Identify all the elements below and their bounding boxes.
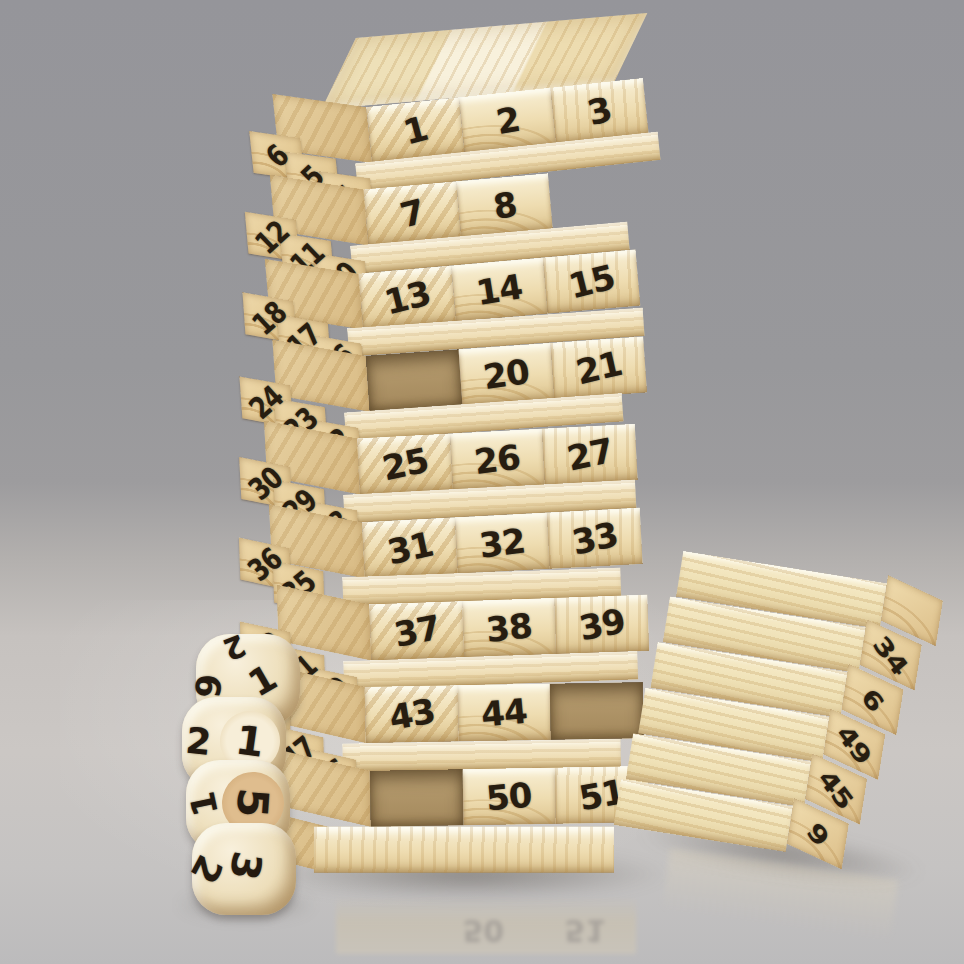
block-face-8[interactable]: 8 xyxy=(456,173,553,237)
block-face-33[interactable]: 33 xyxy=(547,508,642,569)
block-face-21[interactable]: 21 xyxy=(551,337,647,399)
block-face-39[interactable]: 39 xyxy=(555,595,650,654)
block-face-50[interactable]: 50 xyxy=(462,768,556,826)
tower-front-17: 5051 xyxy=(370,766,649,827)
die-1-face-top: 2 xyxy=(218,627,250,667)
tower-floor-reflection: 5051 xyxy=(336,896,636,954)
block-face-44[interactable]: 44 xyxy=(457,684,551,742)
missing-block-slot xyxy=(548,165,645,229)
block-face-13[interactable]: 13 xyxy=(358,266,455,330)
photo-scene: 1236547812111013141518171620212423222526… xyxy=(0,0,964,964)
die-4[interactable]: 23 xyxy=(192,823,296,915)
block-face-37[interactable]: 37 xyxy=(369,601,464,660)
tower-front-18 xyxy=(328,827,606,873)
missing-block-slot xyxy=(370,769,464,827)
tower-front-13: 373839 xyxy=(369,595,649,661)
block-face-38[interactable]: 38 xyxy=(462,598,557,657)
tower-front-15: 4344 xyxy=(365,682,644,743)
tower-stories: 1236547812111013141518171620212423222526… xyxy=(236,92,643,879)
block-face-15[interactable]: 15 xyxy=(543,250,640,314)
block-face-32[interactable]: 32 xyxy=(455,513,550,574)
base-block[interactable] xyxy=(314,827,614,873)
die-3-face-left: 1 xyxy=(182,788,226,819)
block-face-31[interactable]: 31 xyxy=(362,518,457,579)
block-face-7[interactable]: 7 xyxy=(364,182,461,246)
die-1-face-left: 6 xyxy=(187,672,229,700)
block-face-25[interactable]: 25 xyxy=(357,434,452,495)
die-2-face-left: 2 xyxy=(184,720,213,763)
die-4-face-front: 3 xyxy=(221,848,271,883)
block-face-20[interactable]: 20 xyxy=(458,343,554,405)
removed-blocks-stack: 34649459 xyxy=(614,547,919,867)
tower-layer-17: 5051 xyxy=(278,766,659,829)
tumbling-tower: 1236547812111013141518171620212423222526… xyxy=(233,22,642,879)
block-face-14[interactable]: 14 xyxy=(451,258,548,322)
missing-block-slot xyxy=(366,349,462,411)
block-face-43[interactable]: 43 xyxy=(365,685,459,743)
block-face-26[interactable]: 26 xyxy=(450,429,545,490)
reflected-number: 50 xyxy=(463,913,505,948)
reflected-number: 51 xyxy=(564,913,606,948)
block-face-27[interactable]: 27 xyxy=(542,424,637,485)
